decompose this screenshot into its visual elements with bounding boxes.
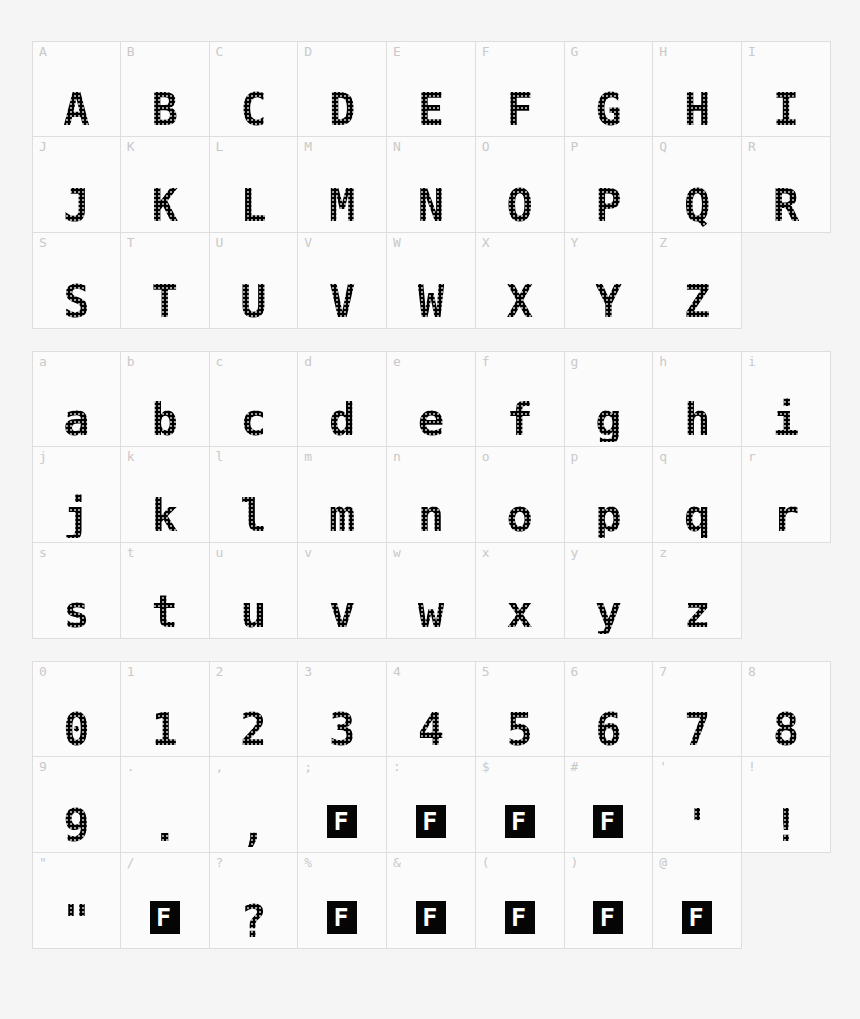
cell-label: ( bbox=[482, 856, 490, 870]
cell-label: l bbox=[216, 450, 224, 464]
notdef-f-mark: F bbox=[511, 809, 526, 834]
glyph-cell-n: nn bbox=[387, 447, 476, 543]
glyph: p bbox=[595, 494, 622, 538]
glyph: j bbox=[63, 494, 90, 538]
glyph: F bbox=[506, 88, 533, 132]
cell-label: t bbox=[127, 546, 135, 560]
glyph: Y bbox=[595, 280, 622, 324]
cell-label: J bbox=[39, 140, 47, 154]
cell-label: k bbox=[127, 450, 135, 464]
cell-label: ' bbox=[659, 760, 667, 774]
glyph-cell-X: XX bbox=[476, 233, 565, 329]
cell-label: p bbox=[571, 450, 579, 464]
cell-label: h bbox=[659, 355, 667, 369]
glyph-row: 99..,,;F:F$F#F''!! bbox=[32, 757, 860, 853]
glyph: 7 bbox=[684, 708, 711, 752]
lowercase-table: aabbccddeeffgghhiijjkkllmmnnooppqqrrsstt… bbox=[32, 351, 860, 639]
glyph: n bbox=[418, 494, 445, 538]
cell-label: ! bbox=[748, 760, 756, 774]
cell-label: F bbox=[482, 45, 490, 59]
cell-label: D bbox=[304, 45, 312, 59]
glyph: r bbox=[773, 494, 800, 538]
glyph-cell-j: jj bbox=[32, 447, 121, 543]
glyph: C bbox=[240, 88, 267, 132]
glyph: 4 bbox=[418, 708, 445, 752]
glyph-cell-b: bb bbox=[121, 351, 210, 447]
glyph-cell-;: ;F bbox=[298, 757, 387, 853]
glyph-cell-w: ww bbox=[387, 543, 476, 639]
cell-label: ? bbox=[216, 856, 224, 870]
notdef-glyph: F bbox=[593, 805, 623, 838]
cell-label: r bbox=[748, 450, 756, 464]
cell-label: H bbox=[659, 45, 667, 59]
glyph-cell-a: aa bbox=[32, 351, 121, 447]
glyph-cell-L: LL bbox=[210, 137, 299, 233]
glyph-cell-S: SS bbox=[32, 233, 121, 329]
notdef-f-mark: F bbox=[600, 809, 615, 834]
glyph-cell-Q: QQ bbox=[653, 137, 742, 233]
glyph: w bbox=[418, 590, 445, 634]
glyph-row: 001122334455667788 bbox=[32, 661, 860, 757]
glyph: A bbox=[63, 88, 90, 132]
cell-label: q bbox=[659, 450, 667, 464]
glyph: L bbox=[240, 184, 267, 228]
glyph: y bbox=[595, 590, 622, 634]
glyph: m bbox=[329, 494, 356, 538]
glyph: " bbox=[63, 900, 90, 944]
notdef-f-mark: F bbox=[422, 905, 437, 930]
cell-label: Y bbox=[571, 236, 579, 250]
cell-label: Q bbox=[659, 140, 667, 154]
glyph: 9 bbox=[63, 804, 90, 848]
glyph: O bbox=[506, 184, 533, 228]
cell-label: i bbox=[748, 355, 756, 369]
cell-label: ) bbox=[571, 856, 579, 870]
cell-label: w bbox=[393, 546, 401, 560]
glyph: G bbox=[595, 88, 622, 132]
glyph-cell-p: pp bbox=[565, 447, 654, 543]
cell-label: E bbox=[393, 45, 401, 59]
cell-label: 2 bbox=[216, 665, 224, 679]
glyph-cell-I: II bbox=[742, 41, 831, 137]
glyph-cell-y: yy bbox=[565, 543, 654, 639]
glyph-row: aabbccddeeffgghhii bbox=[32, 351, 860, 447]
glyph-cell-9: 99 bbox=[32, 757, 121, 853]
glyph: R bbox=[773, 184, 800, 228]
cell-label: R bbox=[748, 140, 756, 154]
cell-label: @ bbox=[659, 856, 667, 870]
glyph: s bbox=[63, 590, 90, 634]
glyph: B bbox=[151, 88, 178, 132]
cell-label: V bbox=[304, 236, 312, 250]
glyph: v bbox=[329, 590, 356, 634]
notdef-f-mark: F bbox=[689, 905, 704, 930]
glyph-cell-M: MM bbox=[298, 137, 387, 233]
glyph-cell-Z: ZZ bbox=[653, 233, 742, 329]
cell-label: . bbox=[127, 760, 135, 774]
glyph-cell-?: ?? bbox=[210, 853, 299, 949]
cell-label: y bbox=[571, 546, 579, 560]
glyph: c bbox=[240, 398, 267, 442]
glyph-row: ""/F??%F&F(F)F@F bbox=[32, 853, 860, 949]
glyph-cell-0: 00 bbox=[32, 661, 121, 757]
notdef-glyph: F bbox=[682, 901, 712, 934]
cell-label: W bbox=[393, 236, 401, 250]
glyph: 8 bbox=[773, 708, 800, 752]
glyph-cell-h: hh bbox=[653, 351, 742, 447]
glyph-cell-#: #F bbox=[565, 757, 654, 853]
cell-label: L bbox=[216, 140, 224, 154]
glyph-cell-T: TT bbox=[121, 233, 210, 329]
glyph: ? bbox=[240, 900, 267, 944]
cell-label: j bbox=[39, 450, 47, 464]
glyph-cell-K: KK bbox=[121, 137, 210, 233]
glyph-cell-.: .. bbox=[121, 757, 210, 853]
glyph-cell-d: dd bbox=[298, 351, 387, 447]
notdef-f-mark: F bbox=[334, 809, 349, 834]
glyph: , bbox=[240, 804, 267, 848]
glyph-cell-x: xx bbox=[476, 543, 565, 639]
glyph-cell-:: :F bbox=[387, 757, 476, 853]
glyph: e bbox=[418, 398, 445, 442]
character-map: AABBCCDDEEFFGGHHIIJJKKLLMMNNOOPPQQRRSSTT… bbox=[0, 0, 860, 949]
cell-label: v bbox=[304, 546, 312, 560]
glyph-cell-F: FF bbox=[476, 41, 565, 137]
notdef-glyph: F bbox=[327, 901, 357, 934]
notdef-glyph: F bbox=[416, 805, 446, 838]
cell-label: g bbox=[571, 355, 579, 369]
glyph: S bbox=[63, 280, 90, 324]
cell-label: U bbox=[216, 236, 224, 250]
glyph-cell-$: $F bbox=[476, 757, 565, 853]
glyph-row: SSTTUUVVWWXXYYZZ bbox=[32, 233, 860, 329]
glyph: M bbox=[329, 184, 356, 228]
cell-label: S bbox=[39, 236, 47, 250]
glyph-cell-3: 33 bbox=[298, 661, 387, 757]
glyph-cell-e: ee bbox=[387, 351, 476, 447]
cell-label: o bbox=[482, 450, 490, 464]
glyph-cell-%: %F bbox=[298, 853, 387, 949]
glyph-cell-@: @F bbox=[653, 853, 742, 949]
glyph: 3 bbox=[329, 708, 356, 752]
glyph-cell-': '' bbox=[653, 757, 742, 853]
glyph: a bbox=[63, 398, 90, 442]
digits-punctuation-table: 00112233445566778899..,,;F:F$F#F''!!""/F… bbox=[32, 661, 860, 949]
uppercase-table: AABBCCDDEEFFGGHHIIJJKKLLMMNNOOPPQQRRSSTT… bbox=[32, 41, 860, 329]
cell-label: I bbox=[748, 45, 756, 59]
cell-label: : bbox=[393, 760, 401, 774]
cell-label: " bbox=[39, 856, 47, 870]
glyph-cell-u: uu bbox=[210, 543, 299, 639]
cell-label: u bbox=[216, 546, 224, 560]
glyph-cell-E: EE bbox=[387, 41, 476, 137]
glyph: b bbox=[151, 398, 178, 442]
glyph: Z bbox=[684, 280, 711, 324]
glyph: d bbox=[329, 398, 356, 442]
glyph: z bbox=[684, 590, 711, 634]
glyph-cell-C: CC bbox=[210, 41, 299, 137]
glyph-row: AABBCCDDEEFFGGHHII bbox=[32, 41, 860, 137]
glyph: Q bbox=[684, 184, 711, 228]
cell-label: z bbox=[659, 546, 667, 560]
glyph: ! bbox=[773, 804, 800, 848]
glyph-cell-5: 55 bbox=[476, 661, 565, 757]
cell-label: 4 bbox=[393, 665, 401, 679]
glyph: k bbox=[151, 494, 178, 538]
glyph-cell-v: vv bbox=[298, 543, 387, 639]
glyph: N bbox=[418, 184, 445, 228]
cell-label: $ bbox=[482, 760, 490, 774]
glyph-cell-A: AA bbox=[32, 41, 121, 137]
glyph-cell-r: rr bbox=[742, 447, 831, 543]
glyph: 1 bbox=[151, 708, 178, 752]
glyph: l bbox=[240, 494, 267, 538]
cell-label: B bbox=[127, 45, 135, 59]
glyph: h bbox=[684, 398, 711, 442]
cell-label: / bbox=[127, 856, 135, 870]
glyph-cell-P: PP bbox=[565, 137, 654, 233]
notdef-glyph: F bbox=[327, 805, 357, 838]
cell-label: , bbox=[216, 760, 224, 774]
glyph: 6 bbox=[595, 708, 622, 752]
glyph-cell-(: (F bbox=[476, 853, 565, 949]
glyph: W bbox=[418, 280, 445, 324]
cell-label: a bbox=[39, 355, 47, 369]
cell-label: 1 bbox=[127, 665, 135, 679]
cell-label: & bbox=[393, 856, 401, 870]
cell-label: Z bbox=[659, 236, 667, 250]
glyph-cell-l: ll bbox=[210, 447, 299, 543]
glyph-cell-&: &F bbox=[387, 853, 476, 949]
cell-label: n bbox=[393, 450, 401, 464]
glyph-cell-U: UU bbox=[210, 233, 299, 329]
notdef-glyph: F bbox=[593, 901, 623, 934]
glyph-cell-B: BB bbox=[121, 41, 210, 137]
cell-label: 5 bbox=[482, 665, 490, 679]
glyph-cell-1: 11 bbox=[121, 661, 210, 757]
glyph-cell-c: cc bbox=[210, 351, 299, 447]
notdef-f-mark: F bbox=[600, 905, 615, 930]
cell-label: # bbox=[571, 760, 579, 774]
cell-label: e bbox=[393, 355, 401, 369]
glyph-cell-": "" bbox=[32, 853, 121, 949]
glyph: q bbox=[684, 494, 711, 538]
notdef-f-mark: F bbox=[156, 905, 171, 930]
glyph-cell-8: 88 bbox=[742, 661, 831, 757]
glyph-cell-): )F bbox=[565, 853, 654, 949]
notdef-glyph: F bbox=[416, 901, 446, 934]
glyph-cell-t: tt bbox=[121, 543, 210, 639]
glyph-cell-R: RR bbox=[742, 137, 831, 233]
cell-label: m bbox=[304, 450, 312, 464]
cell-label: f bbox=[482, 355, 490, 369]
glyph-cell-/: /F bbox=[121, 853, 210, 949]
glyph: P bbox=[595, 184, 622, 228]
glyph: 5 bbox=[506, 708, 533, 752]
glyph-cell-6: 66 bbox=[565, 661, 654, 757]
glyph: ' bbox=[684, 804, 711, 848]
glyph-cell-g: gg bbox=[565, 351, 654, 447]
glyph: g bbox=[595, 398, 622, 442]
glyph: x bbox=[506, 590, 533, 634]
cell-label: d bbox=[304, 355, 312, 369]
glyph-cell-2: 22 bbox=[210, 661, 299, 757]
glyph-cell-s: ss bbox=[32, 543, 121, 639]
glyph-cell-N: NN bbox=[387, 137, 476, 233]
glyph: f bbox=[506, 398, 533, 442]
glyph-cell-q: qq bbox=[653, 447, 742, 543]
cell-label: K bbox=[127, 140, 135, 154]
glyph-cell-,: ,, bbox=[210, 757, 299, 853]
cell-label: M bbox=[304, 140, 312, 154]
glyph-cell-G: GG bbox=[565, 41, 654, 137]
notdef-glyph: F bbox=[150, 901, 180, 934]
glyph-cell-V: VV bbox=[298, 233, 387, 329]
cell-label: 6 bbox=[571, 665, 579, 679]
notdef-f-mark: F bbox=[511, 905, 526, 930]
cell-label: P bbox=[571, 140, 579, 154]
notdef-f-mark: F bbox=[334, 905, 349, 930]
glyph-cell-Y: YY bbox=[565, 233, 654, 329]
glyph-cell-f: ff bbox=[476, 351, 565, 447]
font-specimen-page: AABBCCDDEEFFGGHHIIJJKKLLMMNNOOPPQQRRSSTT… bbox=[0, 0, 860, 949]
glyph-cell-O: OO bbox=[476, 137, 565, 233]
notdef-glyph: F bbox=[505, 805, 535, 838]
glyph-cell-m: mm bbox=[298, 447, 387, 543]
glyph-cell-4: 44 bbox=[387, 661, 476, 757]
cell-label: 7 bbox=[659, 665, 667, 679]
cell-label: ; bbox=[304, 760, 312, 774]
glyph-row: jjkkllmmnnooppqqrr bbox=[32, 447, 860, 543]
glyph-cell-!: !! bbox=[742, 757, 831, 853]
glyph: 0 bbox=[63, 708, 90, 752]
glyph: U bbox=[240, 280, 267, 324]
cell-label: 8 bbox=[748, 665, 756, 679]
glyph: i bbox=[773, 398, 800, 442]
glyph-cell-o: oo bbox=[476, 447, 565, 543]
glyph: X bbox=[506, 280, 533, 324]
cell-label: O bbox=[482, 140, 490, 154]
cell-label: c bbox=[216, 355, 224, 369]
cell-label: 0 bbox=[39, 665, 47, 679]
cell-label: x bbox=[482, 546, 490, 560]
glyph-row: ssttuuvvwwxxyyzz bbox=[32, 543, 860, 639]
cell-label: 3 bbox=[304, 665, 312, 679]
glyph: E bbox=[418, 88, 445, 132]
cell-label: N bbox=[393, 140, 401, 154]
glyph-cell-z: zz bbox=[653, 543, 742, 639]
glyph: H bbox=[684, 88, 711, 132]
glyph-cell-D: DD bbox=[298, 41, 387, 137]
cell-label: T bbox=[127, 236, 135, 250]
cell-label: C bbox=[216, 45, 224, 59]
glyph: o bbox=[506, 494, 533, 538]
notdef-f-mark: F bbox=[422, 809, 437, 834]
cell-label: 9 bbox=[39, 760, 47, 774]
cell-label: G bbox=[571, 45, 579, 59]
glyph-cell-7: 77 bbox=[653, 661, 742, 757]
glyph: V bbox=[329, 280, 356, 324]
glyph: u bbox=[240, 590, 267, 634]
glyph: J bbox=[63, 184, 90, 228]
glyph: 2 bbox=[240, 708, 267, 752]
cell-label: X bbox=[482, 236, 490, 250]
glyph-cell-J: JJ bbox=[32, 137, 121, 233]
glyph: D bbox=[329, 88, 356, 132]
glyph: K bbox=[151, 184, 178, 228]
glyph-cell-i: ii bbox=[742, 351, 831, 447]
glyph-cell-H: HH bbox=[653, 41, 742, 137]
glyph: . bbox=[151, 804, 178, 848]
notdef-glyph: F bbox=[505, 901, 535, 934]
glyph: I bbox=[773, 88, 800, 132]
cell-label: b bbox=[127, 355, 135, 369]
cell-label: s bbox=[39, 546, 47, 560]
glyph-cell-W: WW bbox=[387, 233, 476, 329]
glyph: T bbox=[151, 280, 178, 324]
glyph-row: JJKKLLMMNNOOPPQQRR bbox=[32, 137, 860, 233]
glyph-cell-k: kk bbox=[121, 447, 210, 543]
cell-label: A bbox=[39, 45, 47, 59]
cell-label: % bbox=[304, 856, 312, 870]
glyph: t bbox=[151, 590, 178, 634]
